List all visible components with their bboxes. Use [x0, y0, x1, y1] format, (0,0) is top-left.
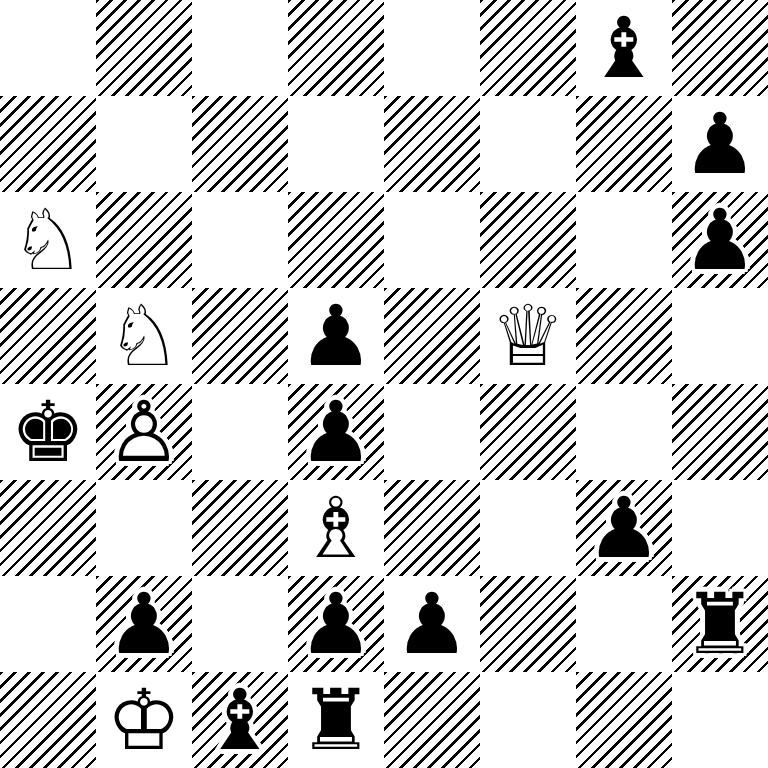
piece-glyph-white-knight: ♘: [0, 192, 96, 288]
black-pawn[interactable]: ♟♟: [672, 96, 768, 192]
square-a5[interactable]: [0, 288, 96, 384]
black-rook[interactable]: ♜♜: [672, 576, 768, 672]
white-knight[interactable]: ♞♘: [96, 288, 192, 384]
square-g6[interactable]: [576, 192, 672, 288]
square-g3[interactable]: ♟♟: [576, 480, 672, 576]
black-pawn[interactable]: ♟♟: [96, 576, 192, 672]
square-g8[interactable]: ♝♝: [576, 0, 672, 96]
square-d4[interactable]: ♟♟: [288, 384, 384, 480]
square-c2[interactable]: [192, 576, 288, 672]
black-pawn[interactable]: ♟♟: [576, 480, 672, 576]
square-a1[interactable]: [0, 672, 96, 768]
square-g2[interactable]: [576, 576, 672, 672]
square-e2[interactable]: ♟♟: [384, 576, 480, 672]
square-d7[interactable]: [288, 96, 384, 192]
piece-glyph-black-pawn: ♟: [288, 384, 384, 480]
square-d3[interactable]: ♝♗: [288, 480, 384, 576]
black-pawn[interactable]: ♟♟: [288, 384, 384, 480]
black-bishop[interactable]: ♝♝: [576, 0, 672, 96]
square-c1[interactable]: ♝♝: [192, 672, 288, 768]
square-e8[interactable]: [384, 0, 480, 96]
square-g7[interactable]: [576, 96, 672, 192]
square-f2[interactable]: [480, 576, 576, 672]
square-g5[interactable]: [576, 288, 672, 384]
square-h4[interactable]: [672, 384, 768, 480]
square-f3[interactable]: [480, 480, 576, 576]
square-e7[interactable]: [384, 96, 480, 192]
square-h7[interactable]: ♟♟: [672, 96, 768, 192]
piece-glyph-black-pawn: ♟: [96, 576, 192, 672]
square-a4[interactable]: ♚♚: [0, 384, 96, 480]
white-bishop[interactable]: ♝♗: [288, 480, 384, 576]
square-f7[interactable]: [480, 96, 576, 192]
square-c4[interactable]: [192, 384, 288, 480]
piece-glyph-black-rook: ♜: [672, 576, 768, 672]
piece-glyph-black-pawn: ♟: [672, 96, 768, 192]
black-pawn[interactable]: ♟♟: [672, 192, 768, 288]
square-f1[interactable]: [480, 672, 576, 768]
square-f5[interactable]: ♛♕: [480, 288, 576, 384]
square-c8[interactable]: [192, 0, 288, 96]
black-bishop[interactable]: ♝♝: [192, 672, 288, 768]
piece-glyph-white-pawn: ♙: [96, 384, 192, 480]
square-f4[interactable]: [480, 384, 576, 480]
square-a8[interactable]: [0, 0, 96, 96]
square-h8[interactable]: [672, 0, 768, 96]
piece-glyph-black-pawn: ♟: [672, 192, 768, 288]
square-e4[interactable]: [384, 384, 480, 480]
square-a2[interactable]: [0, 576, 96, 672]
piece-glyph-white-bishop: ♗: [288, 480, 384, 576]
square-c5[interactable]: [192, 288, 288, 384]
square-b3[interactable]: [96, 480, 192, 576]
black-rook[interactable]: ♜♜: [288, 672, 384, 768]
square-a6[interactable]: ♞♘: [0, 192, 96, 288]
white-king[interactable]: ♚♔: [96, 672, 192, 768]
square-h1[interactable]: [672, 672, 768, 768]
black-pawn[interactable]: ♟♟: [288, 576, 384, 672]
square-f8[interactable]: [480, 0, 576, 96]
square-d1[interactable]: ♜♜: [288, 672, 384, 768]
square-h5[interactable]: [672, 288, 768, 384]
square-b7[interactable]: [96, 96, 192, 192]
black-king[interactable]: ♚♚: [0, 384, 96, 480]
piece-glyph-black-pawn: ♟: [288, 576, 384, 672]
square-b8[interactable]: [96, 0, 192, 96]
square-g1[interactable]: [576, 672, 672, 768]
square-b4[interactable]: ♟♙: [96, 384, 192, 480]
square-a3[interactable]: [0, 480, 96, 576]
piece-glyph-black-pawn: ♟: [576, 480, 672, 576]
piece-glyph-black-pawn: ♟: [384, 576, 480, 672]
square-b5[interactable]: ♞♘: [96, 288, 192, 384]
square-d5[interactable]: ♟♟: [288, 288, 384, 384]
square-e1[interactable]: [384, 672, 480, 768]
square-h2[interactable]: ♜♜: [672, 576, 768, 672]
square-c3[interactable]: [192, 480, 288, 576]
square-g4[interactable]: [576, 384, 672, 480]
square-b1[interactable]: ♚♔: [96, 672, 192, 768]
piece-glyph-black-rook: ♜: [288, 672, 384, 768]
chess-board: ♝♝♟♟♞♘♟♟♞♘♟♟♛♕♚♚♟♙♟♟♝♗♟♟♟♟♟♟♟♟♜♜♚♔♝♝♜♜: [0, 0, 768, 768]
square-e3[interactable]: [384, 480, 480, 576]
square-d6[interactable]: [288, 192, 384, 288]
square-c7[interactable]: [192, 96, 288, 192]
black-pawn[interactable]: ♟♟: [384, 576, 480, 672]
piece-glyph-black-king: ♚: [0, 384, 96, 480]
piece-glyph-white-queen: ♕: [480, 288, 576, 384]
square-b6[interactable]: [96, 192, 192, 288]
black-pawn[interactable]: ♟♟: [288, 288, 384, 384]
square-f6[interactable]: [480, 192, 576, 288]
white-queen[interactable]: ♛♕: [480, 288, 576, 384]
square-d2[interactable]: ♟♟: [288, 576, 384, 672]
piece-glyph-black-bishop: ♝: [576, 0, 672, 96]
square-e6[interactable]: [384, 192, 480, 288]
square-e5[interactable]: [384, 288, 480, 384]
piece-glyph-black-bishop: ♝: [192, 672, 288, 768]
white-pawn[interactable]: ♟♙: [96, 384, 192, 480]
square-a7[interactable]: [0, 96, 96, 192]
piece-glyph-black-pawn: ♟: [288, 288, 384, 384]
white-knight[interactable]: ♞♘: [0, 192, 96, 288]
square-h3[interactable]: [672, 480, 768, 576]
piece-glyph-white-knight: ♘: [96, 288, 192, 384]
square-d8[interactable]: [288, 0, 384, 96]
square-h6[interactable]: ♟♟: [672, 192, 768, 288]
square-c6[interactable]: [192, 192, 288, 288]
square-b2[interactable]: ♟♟: [96, 576, 192, 672]
piece-glyph-white-king: ♔: [96, 672, 192, 768]
